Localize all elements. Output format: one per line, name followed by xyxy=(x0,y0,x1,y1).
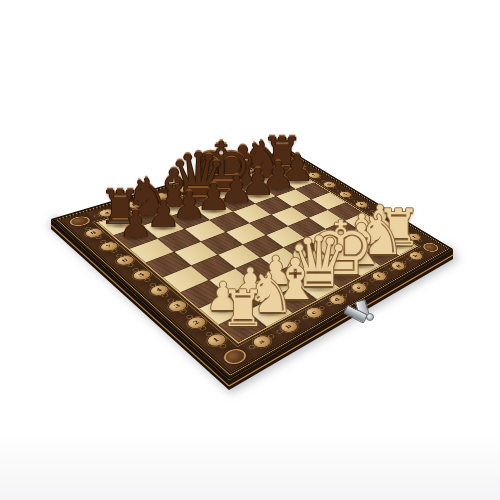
coordinate-medallion: 5 xyxy=(129,268,154,282)
coordinate-medallion: 7 xyxy=(97,240,121,253)
coordinate-medallion: 3 xyxy=(164,298,190,314)
coordinate-medallion: 5 xyxy=(336,190,354,199)
coordinate-medallion: 4 xyxy=(146,283,171,298)
coordinate-medallion: 6 xyxy=(112,254,137,267)
clasp-latch xyxy=(342,295,378,331)
floor-reflection xyxy=(0,430,500,500)
coordinate-medallion: 6 xyxy=(320,180,337,188)
white-rook-a1[interactable]: ♜ xyxy=(220,284,265,334)
clasp-knob-icon xyxy=(366,313,374,321)
black-pawn-a7[interactable]: ♟ xyxy=(119,206,152,243)
product-photo-scene: abcdefgh8877665544332211abcdefgh ♜♞♝♛♚♝♞… xyxy=(0,0,500,500)
rosette-ornament xyxy=(220,346,250,367)
